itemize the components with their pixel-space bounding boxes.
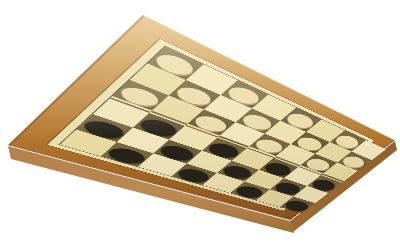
checkers-board-photo: ●●●●●●●●●●●●●●●●●●●●●●●● — [0, 0, 400, 250]
